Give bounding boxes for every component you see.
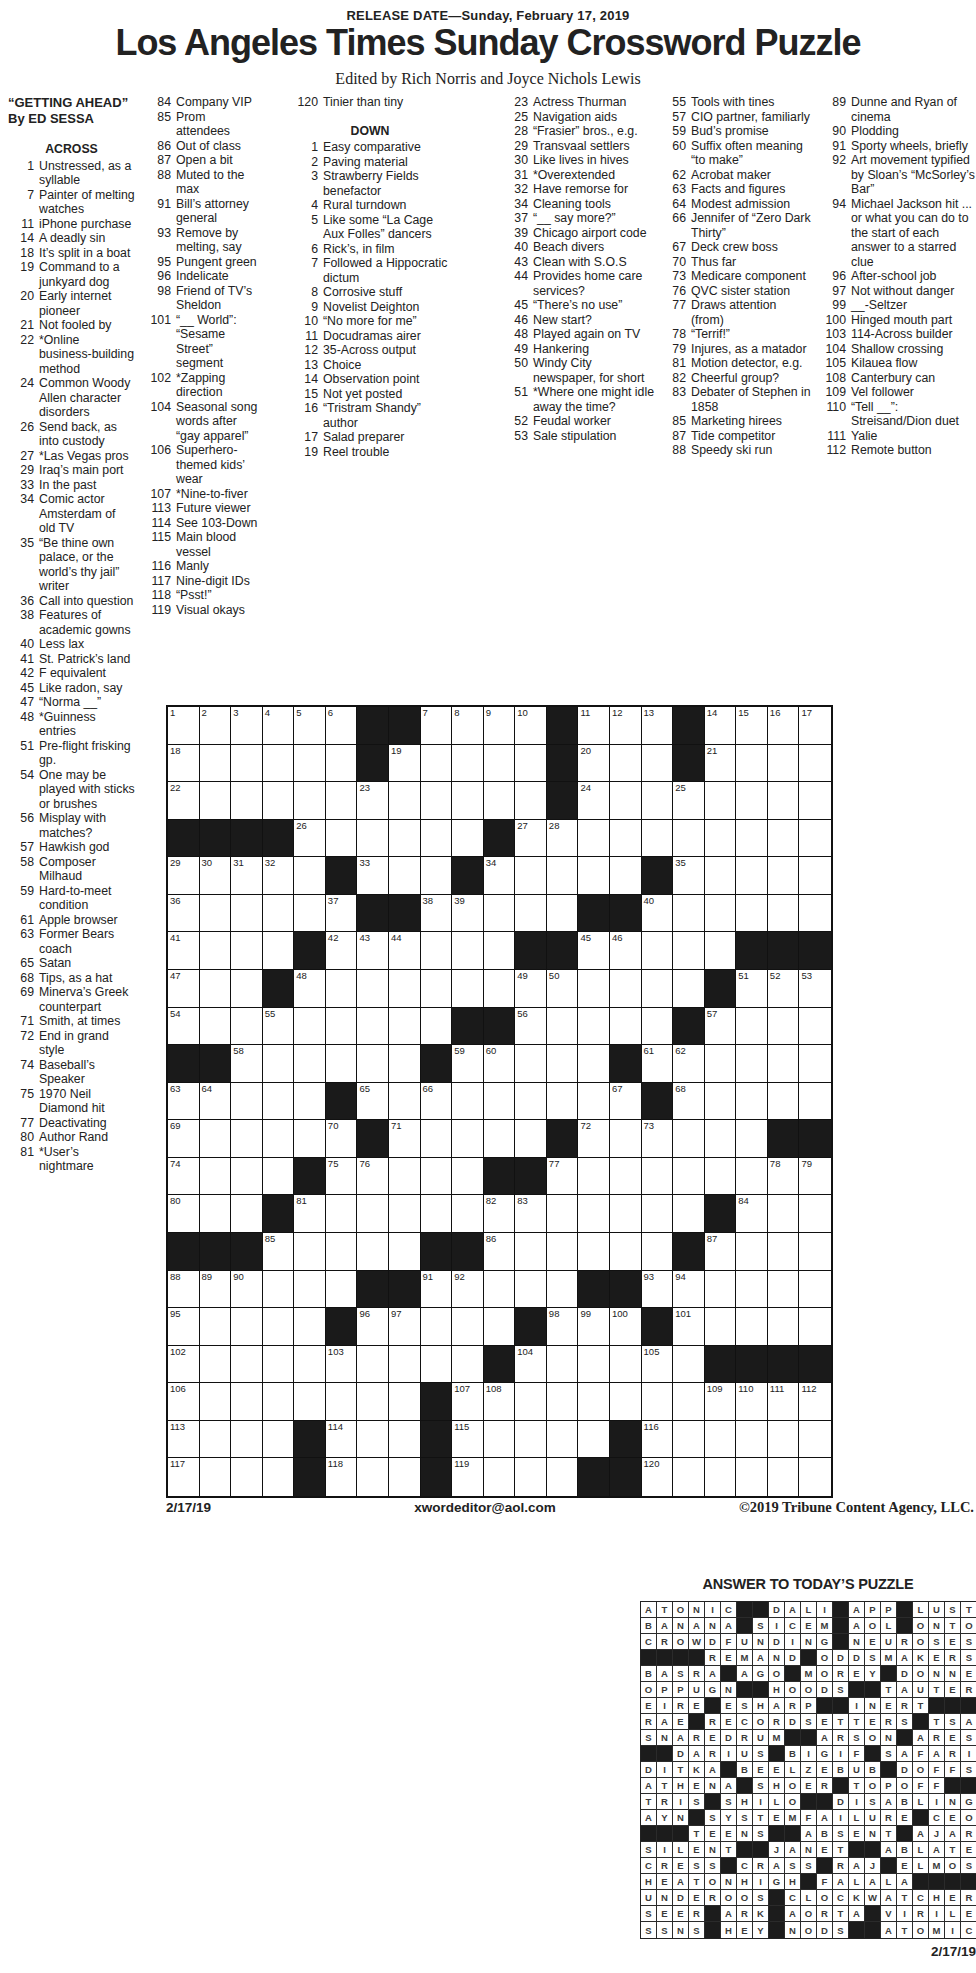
grid-cell[interactable] xyxy=(768,1458,800,1496)
grid-cell[interactable]: 62 xyxy=(673,1045,705,1083)
grid-cell[interactable] xyxy=(294,1383,326,1421)
grid-cell[interactable] xyxy=(263,1383,295,1421)
grid-cell[interactable] xyxy=(515,1045,547,1083)
grid-cell[interactable] xyxy=(642,1158,674,1196)
grid-cell[interactable] xyxy=(547,1195,579,1233)
grid-cell[interactable] xyxy=(389,1421,421,1459)
grid-cell[interactable]: 95 xyxy=(168,1308,200,1346)
grid-cell[interactable] xyxy=(799,1271,831,1309)
grid-cell[interactable] xyxy=(705,1271,737,1309)
grid-cell[interactable]: 111 xyxy=(768,1383,800,1421)
grid-cell[interactable] xyxy=(326,1045,358,1083)
grid-cell[interactable] xyxy=(200,745,232,783)
grid-cell[interactable] xyxy=(610,1120,642,1158)
grid-cell[interactable]: 100 xyxy=(610,1308,642,1346)
grid-cell[interactable] xyxy=(736,1271,768,1309)
grid-cell[interactable] xyxy=(357,820,389,858)
grid-cell[interactable]: 25 xyxy=(673,782,705,820)
grid-cell[interactable]: 71 xyxy=(389,1120,421,1158)
grid-cell[interactable] xyxy=(547,1083,579,1121)
grid-cell[interactable] xyxy=(452,1308,484,1346)
grid-cell[interactable] xyxy=(642,932,674,970)
grid-cell[interactable] xyxy=(673,1195,705,1233)
grid-cell[interactable]: 80 xyxy=(168,1195,200,1233)
grid-cell[interactable] xyxy=(326,782,358,820)
grid-cell[interactable]: 1 xyxy=(168,707,200,745)
grid-cell[interactable] xyxy=(705,1308,737,1346)
grid-cell[interactable]: 14 xyxy=(705,707,737,745)
grid-cell[interactable]: 56 xyxy=(515,1008,547,1046)
grid-cell[interactable] xyxy=(484,970,516,1008)
grid-cell[interactable] xyxy=(642,820,674,858)
grid-cell[interactable] xyxy=(799,1458,831,1496)
grid-cell[interactable] xyxy=(610,1195,642,1233)
grid-cell[interactable] xyxy=(705,1120,737,1158)
grid-cell[interactable] xyxy=(610,1346,642,1384)
grid-cell[interactable]: 77 xyxy=(547,1158,579,1196)
grid-cell[interactable] xyxy=(515,857,547,895)
grid-cell[interactable] xyxy=(421,745,453,783)
grid-cell[interactable] xyxy=(263,1346,295,1384)
grid-cell[interactable] xyxy=(452,782,484,820)
grid-cell[interactable] xyxy=(200,1346,232,1384)
grid-cell[interactable] xyxy=(547,1045,579,1083)
grid-cell[interactable]: 97 xyxy=(389,1308,421,1346)
grid-cell[interactable] xyxy=(799,782,831,820)
grid-cell[interactable]: 30 xyxy=(200,857,232,895)
grid-cell[interactable] xyxy=(200,1308,232,1346)
grid-cell[interactable] xyxy=(389,1383,421,1421)
grid-cell[interactable] xyxy=(389,970,421,1008)
grid-cell[interactable] xyxy=(294,1045,326,1083)
grid-cell[interactable]: 51 xyxy=(736,970,768,1008)
grid-cell[interactable] xyxy=(294,895,326,933)
grid-cell[interactable] xyxy=(799,1195,831,1233)
grid-cell[interactable] xyxy=(705,1083,737,1121)
grid-cell[interactable] xyxy=(263,1308,295,1346)
grid-cell[interactable] xyxy=(642,1195,674,1233)
grid-cell[interactable]: 65 xyxy=(357,1083,389,1121)
grid-cell[interactable] xyxy=(578,820,610,858)
grid-cell[interactable] xyxy=(515,1120,547,1158)
grid-cell[interactable] xyxy=(610,1008,642,1046)
grid-cell[interactable] xyxy=(673,1458,705,1496)
grid-cell[interactable] xyxy=(389,1045,421,1083)
grid-cell[interactable]: 35 xyxy=(673,857,705,895)
grid-cell[interactable]: 49 xyxy=(515,970,547,1008)
grid-cell[interactable] xyxy=(768,857,800,895)
grid-cell[interactable] xyxy=(263,932,295,970)
grid-cell[interactable]: 73 xyxy=(642,1120,674,1158)
grid-cell[interactable] xyxy=(515,1421,547,1459)
grid-cell[interactable] xyxy=(421,1195,453,1233)
grid-cell[interactable]: 41 xyxy=(168,932,200,970)
grid-cell[interactable]: 85 xyxy=(263,1233,295,1271)
grid-cell[interactable] xyxy=(200,1195,232,1233)
grid-cell[interactable] xyxy=(452,1158,484,1196)
grid-cell[interactable]: 17 xyxy=(799,707,831,745)
grid-cell[interactable]: 12 xyxy=(610,707,642,745)
grid-cell[interactable] xyxy=(578,1421,610,1459)
grid-cell[interactable] xyxy=(515,895,547,933)
grid-cell[interactable]: 20 xyxy=(578,745,610,783)
grid-cell[interactable] xyxy=(231,1195,263,1233)
grid-cell[interactable] xyxy=(642,782,674,820)
grid-cell[interactable]: 7 xyxy=(421,707,453,745)
grid-cell[interactable] xyxy=(768,782,800,820)
grid-cell[interactable]: 29 xyxy=(168,857,200,895)
grid-cell[interactable] xyxy=(231,1308,263,1346)
grid-cell[interactable] xyxy=(705,782,737,820)
grid-cell[interactable] xyxy=(326,1008,358,1046)
grid-cell[interactable] xyxy=(515,782,547,820)
grid-cell[interactable]: 90 xyxy=(231,1271,263,1309)
grid-cell[interactable]: 10 xyxy=(515,707,547,745)
grid-cell[interactable] xyxy=(642,1383,674,1421)
grid-cell[interactable] xyxy=(547,1421,579,1459)
grid-cell[interactable] xyxy=(484,782,516,820)
grid-cell[interactable] xyxy=(389,1083,421,1121)
grid-cell[interactable]: 52 xyxy=(768,970,800,1008)
grid-cell[interactable] xyxy=(768,745,800,783)
grid-cell[interactable] xyxy=(768,1195,800,1233)
grid-cell[interactable] xyxy=(578,1233,610,1271)
grid-cell[interactable] xyxy=(736,857,768,895)
grid-cell[interactable] xyxy=(736,1120,768,1158)
grid-cell[interactable]: 50 xyxy=(547,970,579,1008)
grid-cell[interactable]: 67 xyxy=(610,1083,642,1121)
grid-cell[interactable]: 106 xyxy=(168,1383,200,1421)
grid-cell[interactable] xyxy=(263,745,295,783)
grid-cell[interactable] xyxy=(263,1083,295,1121)
grid-cell[interactable] xyxy=(547,1008,579,1046)
grid-cell[interactable]: 57 xyxy=(705,1008,737,1046)
grid-cell[interactable] xyxy=(799,1008,831,1046)
grid-cell[interactable] xyxy=(799,895,831,933)
grid-cell[interactable] xyxy=(547,1233,579,1271)
grid-cell[interactable]: 23 xyxy=(357,782,389,820)
grid-cell[interactable] xyxy=(610,820,642,858)
grid-cell[interactable] xyxy=(263,1158,295,1196)
grid-cell[interactable] xyxy=(768,1233,800,1271)
grid-cell[interactable] xyxy=(799,820,831,858)
grid-cell[interactable]: 110 xyxy=(736,1383,768,1421)
grid-cell[interactable] xyxy=(294,1346,326,1384)
grid-cell[interactable] xyxy=(673,970,705,1008)
grid-cell[interactable] xyxy=(263,1458,295,1496)
grid-cell[interactable] xyxy=(736,1421,768,1459)
grid-cell[interactable] xyxy=(357,1458,389,1496)
grid-cell[interactable] xyxy=(231,970,263,1008)
grid-cell[interactable] xyxy=(421,1346,453,1384)
grid-cell[interactable]: 46 xyxy=(610,932,642,970)
grid-cell[interactable] xyxy=(736,1308,768,1346)
grid-cell[interactable] xyxy=(263,1120,295,1158)
grid-cell[interactable]: 9 xyxy=(484,707,516,745)
grid-cell[interactable]: 21 xyxy=(705,745,737,783)
grid-cell[interactable] xyxy=(705,895,737,933)
grid-cell[interactable] xyxy=(200,1120,232,1158)
grid-cell[interactable]: 98 xyxy=(547,1308,579,1346)
grid-cell[interactable] xyxy=(736,1233,768,1271)
grid-cell[interactable] xyxy=(389,782,421,820)
grid-cell[interactable]: 36 xyxy=(168,895,200,933)
grid-cell[interactable]: 45 xyxy=(578,932,610,970)
grid-cell[interactable] xyxy=(294,745,326,783)
grid-cell[interactable] xyxy=(421,932,453,970)
grid-cell[interactable]: 107 xyxy=(452,1383,484,1421)
grid-cell[interactable]: 43 xyxy=(357,932,389,970)
grid-cell[interactable]: 104 xyxy=(515,1346,547,1384)
grid-cell[interactable]: 86 xyxy=(484,1233,516,1271)
grid-cell[interactable] xyxy=(231,932,263,970)
grid-cell[interactable] xyxy=(736,1458,768,1496)
grid-cell[interactable]: 120 xyxy=(642,1458,674,1496)
grid-cell[interactable] xyxy=(357,1346,389,1384)
grid-cell[interactable] xyxy=(610,782,642,820)
grid-cell[interactable] xyxy=(578,1383,610,1421)
grid-cell[interactable] xyxy=(294,857,326,895)
grid-cell[interactable] xyxy=(705,1158,737,1196)
grid-cell[interactable] xyxy=(326,1383,358,1421)
grid-cell[interactable] xyxy=(389,1458,421,1496)
grid-cell[interactable] xyxy=(200,1458,232,1496)
grid-cell[interactable] xyxy=(452,820,484,858)
grid-cell[interactable] xyxy=(768,1045,800,1083)
grid-cell[interactable] xyxy=(389,1346,421,1384)
grid-cell[interactable] xyxy=(200,782,232,820)
grid-cell[interactable] xyxy=(578,1008,610,1046)
grid-cell[interactable] xyxy=(673,1120,705,1158)
grid-cell[interactable]: 75 xyxy=(326,1158,358,1196)
grid-cell[interactable] xyxy=(326,1233,358,1271)
grid-cell[interactable]: 112 xyxy=(799,1383,831,1421)
grid-cell[interactable] xyxy=(200,895,232,933)
grid-cell[interactable]: 5 xyxy=(294,707,326,745)
grid-cell[interactable]: 2 xyxy=(200,707,232,745)
grid-cell[interactable] xyxy=(357,1195,389,1233)
grid-cell[interactable] xyxy=(610,857,642,895)
grid-cell[interactable] xyxy=(578,1083,610,1121)
grid-cell[interactable] xyxy=(200,1008,232,1046)
grid-cell[interactable]: 119 xyxy=(452,1458,484,1496)
grid-cell[interactable] xyxy=(610,970,642,1008)
grid-cell[interactable] xyxy=(231,1346,263,1384)
grid-cell[interactable]: 18 xyxy=(168,745,200,783)
grid-cell[interactable] xyxy=(768,1308,800,1346)
grid-cell[interactable] xyxy=(421,970,453,1008)
grid-cell[interactable] xyxy=(231,782,263,820)
grid-cell[interactable] xyxy=(642,1233,674,1271)
grid-cell[interactable] xyxy=(610,1158,642,1196)
grid-cell[interactable]: 113 xyxy=(168,1421,200,1459)
grid-cell[interactable] xyxy=(768,1083,800,1121)
grid-cell[interactable]: 74 xyxy=(168,1158,200,1196)
grid-cell[interactable]: 66 xyxy=(421,1083,453,1121)
grid-cell[interactable] xyxy=(705,857,737,895)
grid-cell[interactable] xyxy=(515,1271,547,1309)
grid-cell[interactable] xyxy=(357,1008,389,1046)
grid-cell[interactable] xyxy=(484,1120,516,1158)
grid-cell[interactable] xyxy=(231,1008,263,1046)
grid-cell[interactable]: 68 xyxy=(673,1083,705,1121)
grid-cell[interactable] xyxy=(389,1195,421,1233)
grid-cell[interactable]: 34 xyxy=(484,857,516,895)
grid-cell[interactable] xyxy=(389,1233,421,1271)
grid-cell[interactable]: 92 xyxy=(452,1271,484,1309)
grid-cell[interactable] xyxy=(484,1271,516,1309)
grid-cell[interactable] xyxy=(231,745,263,783)
grid-cell[interactable] xyxy=(357,970,389,1008)
grid-cell[interactable] xyxy=(231,1458,263,1496)
grid-cell[interactable] xyxy=(200,1421,232,1459)
grid-cell[interactable] xyxy=(642,970,674,1008)
grid-cell[interactable]: 54 xyxy=(168,1008,200,1046)
grid-cell[interactable] xyxy=(452,1083,484,1121)
grid-cell[interactable]: 94 xyxy=(673,1271,705,1309)
grid-cell[interactable] xyxy=(484,1308,516,1346)
grid-cell[interactable] xyxy=(705,932,737,970)
grid-cell[interactable]: 48 xyxy=(294,970,326,1008)
grid-cell[interactable] xyxy=(484,745,516,783)
grid-cell[interactable] xyxy=(578,1158,610,1196)
grid-cell[interactable]: 76 xyxy=(357,1158,389,1196)
grid-cell[interactable]: 11 xyxy=(578,707,610,745)
grid-cell[interactable]: 82 xyxy=(484,1195,516,1233)
grid-cell[interactable]: 96 xyxy=(357,1308,389,1346)
grid-cell[interactable] xyxy=(799,1308,831,1346)
grid-cell[interactable] xyxy=(768,820,800,858)
grid-cell[interactable] xyxy=(799,1233,831,1271)
grid-cell[interactable] xyxy=(263,1421,295,1459)
grid-cell[interactable] xyxy=(294,1233,326,1271)
grid-cell[interactable] xyxy=(294,782,326,820)
grid-cell[interactable]: 26 xyxy=(294,820,326,858)
grid-cell[interactable]: 91 xyxy=(421,1271,453,1309)
grid-cell[interactable]: 16 xyxy=(768,707,800,745)
grid-cell[interactable]: 24 xyxy=(578,782,610,820)
grid-cell[interactable] xyxy=(200,1383,232,1421)
grid-cell[interactable] xyxy=(515,1458,547,1496)
grid-cell[interactable]: 42 xyxy=(326,932,358,970)
grid-cell[interactable]: 8 xyxy=(452,707,484,745)
grid-cell[interactable] xyxy=(768,1271,800,1309)
grid-cell[interactable] xyxy=(421,782,453,820)
grid-cell[interactable] xyxy=(326,1271,358,1309)
grid-cell[interactable] xyxy=(610,1233,642,1271)
grid-cell[interactable]: 4 xyxy=(263,707,295,745)
grid-cell[interactable]: 114 xyxy=(326,1421,358,1459)
grid-cell[interactable]: 78 xyxy=(768,1158,800,1196)
grid-cell[interactable] xyxy=(231,1158,263,1196)
grid-cell[interactable] xyxy=(452,745,484,783)
grid-cell[interactable] xyxy=(547,1383,579,1421)
grid-cell[interactable]: 87 xyxy=(705,1233,737,1271)
grid-cell[interactable]: 55 xyxy=(263,1008,295,1046)
grid-cell[interactable]: 38 xyxy=(421,895,453,933)
grid-cell[interactable]: 60 xyxy=(484,1045,516,1083)
grid-cell[interactable] xyxy=(547,1271,579,1309)
grid-cell[interactable]: 61 xyxy=(642,1045,674,1083)
grid-cell[interactable]: 89 xyxy=(200,1271,232,1309)
grid-cell[interactable] xyxy=(799,857,831,895)
grid-cell[interactable] xyxy=(705,1045,737,1083)
grid-cell[interactable] xyxy=(452,1195,484,1233)
grid-cell[interactable] xyxy=(231,1421,263,1459)
grid-cell[interactable]: 28 xyxy=(547,820,579,858)
grid-cell[interactable] xyxy=(326,1195,358,1233)
grid-cell[interactable]: 3 xyxy=(231,707,263,745)
grid-cell[interactable] xyxy=(515,1383,547,1421)
grid-cell[interactable] xyxy=(357,1383,389,1421)
grid-cell[interactable] xyxy=(578,970,610,1008)
grid-cell[interactable] xyxy=(263,1271,295,1309)
grid-cell[interactable] xyxy=(357,1045,389,1083)
grid-cell[interactable] xyxy=(610,745,642,783)
grid-cell[interactable] xyxy=(200,1158,232,1196)
grid-cell[interactable] xyxy=(547,1346,579,1384)
grid-cell[interactable] xyxy=(200,932,232,970)
grid-cell[interactable] xyxy=(799,745,831,783)
grid-cell[interactable] xyxy=(452,970,484,1008)
grid-cell[interactable]: 53 xyxy=(799,970,831,1008)
grid-cell[interactable]: 44 xyxy=(389,932,421,970)
grid-cell[interactable] xyxy=(484,1421,516,1459)
grid-cell[interactable] xyxy=(294,1120,326,1158)
grid-cell[interactable] xyxy=(736,1008,768,1046)
grid-cell[interactable]: 27 xyxy=(515,820,547,858)
grid-cell[interactable]: 72 xyxy=(578,1120,610,1158)
grid-cell[interactable] xyxy=(389,1008,421,1046)
grid-cell[interactable] xyxy=(421,857,453,895)
grid-cell[interactable] xyxy=(200,970,232,1008)
grid-cell[interactable]: 39 xyxy=(452,895,484,933)
grid-cell[interactable]: 102 xyxy=(168,1346,200,1384)
grid-cell[interactable] xyxy=(515,745,547,783)
grid-cell[interactable] xyxy=(326,970,358,1008)
grid-cell[interactable]: 13 xyxy=(642,707,674,745)
grid-cell[interactable] xyxy=(673,1158,705,1196)
grid-cell[interactable] xyxy=(484,1458,516,1496)
grid-cell[interactable] xyxy=(547,895,579,933)
grid-cell[interactable] xyxy=(294,1083,326,1121)
grid-cell[interactable] xyxy=(357,1421,389,1459)
grid-cell[interactable] xyxy=(263,782,295,820)
grid-cell[interactable] xyxy=(642,1008,674,1046)
grid-cell[interactable]: 37 xyxy=(326,895,358,933)
grid-cell[interactable] xyxy=(421,1158,453,1196)
grid-cell[interactable] xyxy=(326,820,358,858)
grid-cell[interactable] xyxy=(642,745,674,783)
grid-cell[interactable] xyxy=(421,1008,453,1046)
grid-cell[interactable] xyxy=(736,895,768,933)
grid-cell[interactable] xyxy=(389,820,421,858)
grid-cell[interactable] xyxy=(673,1421,705,1459)
grid-cell[interactable] xyxy=(421,1120,453,1158)
grid-cell[interactable] xyxy=(768,1421,800,1459)
grid-cell[interactable]: 58 xyxy=(231,1045,263,1083)
grid-cell[interactable] xyxy=(673,820,705,858)
grid-cell[interactable] xyxy=(768,895,800,933)
grid-cell[interactable]: 33 xyxy=(357,857,389,895)
grid-cell[interactable] xyxy=(673,932,705,970)
grid-cell[interactable]: 15 xyxy=(736,707,768,745)
grid-cell[interactable] xyxy=(452,932,484,970)
grid-cell[interactable] xyxy=(515,1233,547,1271)
grid-cell[interactable]: 93 xyxy=(642,1271,674,1309)
grid-cell[interactable] xyxy=(421,820,453,858)
grid-cell[interactable] xyxy=(578,857,610,895)
